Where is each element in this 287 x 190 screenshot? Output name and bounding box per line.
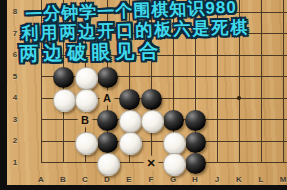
col-label-K: K	[232, 175, 246, 185]
marker-B-C3: B	[77, 112, 93, 128]
black-stone-H2	[185, 132, 206, 153]
row-label-4: 4	[8, 93, 22, 103]
col-label-H: H	[188, 175, 202, 185]
col-label-A: A	[34, 175, 48, 185]
white-stone-G1	[163, 153, 186, 176]
col-label-M: M	[276, 175, 287, 185]
letterbox-left	[0, 0, 7, 190]
black-stone-D3	[97, 110, 118, 131]
black-stone-H1	[185, 153, 206, 174]
row-label-5: 5	[8, 72, 22, 82]
white-stone-F3	[141, 110, 164, 133]
grid-line-col-L	[261, 0, 262, 163]
marker-A-D4: A	[99, 90, 115, 106]
black-stone-D2	[97, 132, 118, 153]
row-label-3: 3	[8, 115, 22, 125]
col-label-C: C	[78, 175, 92, 185]
row-label-8: 8	[8, 7, 22, 17]
white-stone-C4	[75, 89, 98, 112]
letterbox-bottom	[0, 185, 287, 190]
white-stone-D1	[97, 153, 120, 176]
row-label-1: 1	[8, 158, 22, 168]
black-stone-H3	[185, 110, 206, 131]
col-label-G: G	[166, 175, 180, 185]
black-stone-F4	[141, 89, 162, 110]
col-label-D: D	[100, 175, 114, 185]
col-label-E: E	[122, 175, 136, 185]
white-stone-E3	[119, 110, 142, 133]
row-label-7: 7	[8, 29, 22, 39]
black-stone-E4	[119, 89, 140, 110]
col-label-F: F	[144, 175, 158, 185]
video-frame[interactable]: 87654321ABCDEFGHJKLMAB✕ 一分钟学一个围棋知识980 利用…	[0, 0, 287, 190]
subtitle-line-3: 两边破眼见合	[19, 38, 164, 67]
black-stone-D5	[97, 67, 118, 88]
white-stone-C2	[75, 132, 98, 155]
grid-line-col-M	[283, 0, 284, 163]
black-stone-G3	[163, 110, 184, 131]
col-label-B: B	[56, 175, 70, 185]
white-stone-E2	[119, 132, 142, 155]
col-label-L: L	[254, 175, 268, 185]
star-point-K4	[237, 96, 241, 100]
marker-✕-F1: ✕	[143, 155, 159, 171]
white-stone-G2	[163, 132, 186, 155]
white-stone-C5	[75, 67, 98, 90]
col-label-J: J	[210, 175, 224, 185]
black-stone-B5	[53, 67, 74, 88]
row-label-2: 2	[8, 136, 22, 146]
white-stone-B4	[53, 89, 76, 112]
